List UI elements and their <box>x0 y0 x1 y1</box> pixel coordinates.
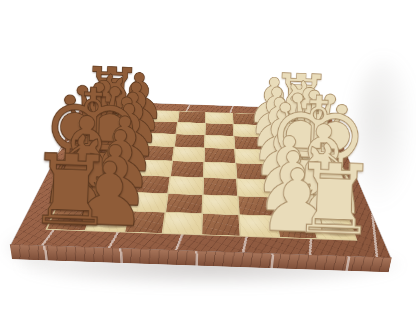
product-photo: ♜♟♟♜♞♟♟♞♝♟♟♝♛♟♟♛♚♟♟♚♝♟♟♝♞♟♟♞♜♟♟♜ <box>0 0 416 312</box>
chess-board: ♜♟♟♜♞♟♟♞♝♟♟♝♛♟♟♛♚♟♟♚♝♟♟♝♞♟♟♞♜♟♟♜ <box>12 101 391 258</box>
board-edge-front <box>10 244 392 272</box>
